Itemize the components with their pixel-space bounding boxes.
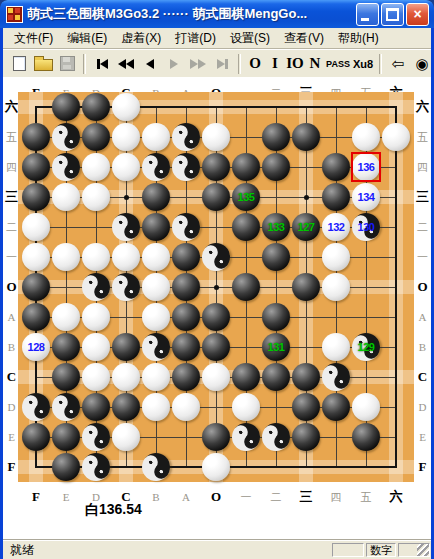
- toolbar-separator: [83, 54, 86, 74]
- menu-item-settings[interactable]: 设置(S): [223, 28, 277, 49]
- black-stone-EF: [52, 453, 80, 481]
- white-stone-DA: [82, 303, 110, 331]
- move-number-132: 132: [322, 213, 350, 241]
- black-stone-D五: [82, 123, 110, 151]
- nav-first-button[interactable]: [90, 53, 114, 75]
- white-stone-BC: [142, 363, 170, 391]
- coord-label: C: [7, 362, 16, 392]
- status-panel-empty: [332, 543, 364, 557]
- first-icon: [100, 59, 108, 69]
- white-stone-四B: [322, 333, 350, 361]
- coord-label: 六: [5, 92, 18, 122]
- black-stone-二四: [262, 153, 290, 181]
- black-stone-二A: [262, 303, 290, 331]
- window-body: 文件(F)编辑(E)虚着(X)打谱(D)设置(S)查看(V)帮助(H) OIIO…: [0, 28, 434, 559]
- board-client-area: FEDCBAO一二三四五六FEDCBAO一二三四五六六五四三二一OABCDEF六…: [3, 77, 431, 540]
- white-stone-五五: [352, 123, 380, 151]
- maximize-button[interactable]: [381, 3, 404, 26]
- last-icon: [225, 59, 228, 69]
- app-icon: [6, 6, 23, 23]
- white-stone-BO: [142, 273, 170, 301]
- coordinate-labels-right: 六五四三二一OABCDEF: [416, 92, 429, 482]
- coord-label: 二: [271, 482, 282, 512]
- last-icon: [217, 59, 225, 69]
- coord-label: F: [32, 482, 40, 512]
- coord-label: B: [8, 332, 15, 362]
- nav-fast-backward-button[interactable]: [114, 53, 138, 75]
- black-stone-四四: [322, 153, 350, 181]
- status-bar: 就绪 数字: [3, 540, 431, 559]
- star-point: [214, 285, 219, 290]
- black-stone-E六: [52, 93, 80, 121]
- fast-backward-icon: [118, 59, 126, 69]
- goban: FEDCBAO一二三四五六FEDCBAO一二三四五六六五四三二一OABCDEF六…: [5, 78, 429, 496]
- black-stone-AB: [172, 333, 200, 361]
- toolbar-separator: [238, 54, 241, 74]
- coord-label: E: [419, 422, 426, 452]
- status-panel-mode: 数字: [366, 543, 396, 557]
- move-number-130: 130: [352, 213, 380, 241]
- move-number-127: 127: [292, 213, 320, 241]
- coord-label: 二: [6, 212, 17, 242]
- white-stone-O五: [202, 123, 230, 151]
- xu8-button[interactable]: Xu8: [351, 53, 375, 75]
- coord-label: 五: [6, 122, 17, 152]
- white-stone-D三: [82, 183, 110, 211]
- save-icon: [60, 56, 75, 71]
- coord-label: 六: [390, 482, 403, 512]
- coord-label: B: [419, 332, 426, 362]
- coord-label: F: [8, 452, 16, 482]
- move-number-128: 128: [22, 333, 50, 361]
- black-stone-一四: [232, 153, 260, 181]
- coord-label: D: [8, 392, 16, 422]
- record-dot-button[interactable]: ◉: [410, 53, 431, 75]
- open-icon: [34, 59, 53, 71]
- nav-last-button: [210, 53, 234, 75]
- white-stone-六五: [382, 123, 410, 151]
- toolbar: OIIONPASSXu8⇦◉○: [3, 48, 431, 77]
- left-arrow-button[interactable]: ⇦: [386, 53, 410, 75]
- move-number-129: 129: [352, 333, 380, 361]
- coord-label: C: [418, 362, 427, 392]
- black-stone-一C: [232, 363, 260, 391]
- menu-item-view[interactable]: 查看(V): [277, 28, 331, 49]
- coord-label: A: [8, 302, 16, 332]
- white-stone-四一: [322, 243, 350, 271]
- coord-label: 四: [331, 482, 342, 512]
- white-stone-BD: [142, 393, 170, 421]
- pass-button[interactable]: PASS: [325, 53, 351, 75]
- board-surface[interactable]: 136134135133127132130128131129: [18, 92, 414, 482]
- black-stone-一二: [232, 213, 260, 241]
- coord-label: 四: [6, 152, 17, 182]
- black-stone-三O: [292, 273, 320, 301]
- black-stone-FE: [22, 423, 50, 451]
- coord-label: 二: [417, 212, 428, 242]
- menu-item-kifu[interactable]: 打谱(D): [168, 28, 223, 49]
- coord-label: O: [417, 272, 427, 302]
- coordinate-labels-left: 六五四三二一OABCDEF: [5, 92, 18, 482]
- io-button[interactable]: IO: [285, 53, 305, 75]
- coord-label: A: [419, 302, 427, 332]
- white-stone-E三: [52, 183, 80, 211]
- black-stone-A一: [172, 243, 200, 271]
- menu-item-edit[interactable]: 编辑(E): [60, 28, 114, 49]
- black-stone-三D: [292, 393, 320, 421]
- coord-label: A: [182, 482, 190, 512]
- n-button[interactable]: N: [305, 53, 325, 75]
- i-button[interactable]: I: [265, 53, 285, 75]
- coord-label: D: [419, 392, 427, 422]
- o-button[interactable]: O: [245, 53, 265, 75]
- coord-label: E: [8, 422, 15, 452]
- white-stone-OC: [202, 363, 230, 391]
- black-stone-CD: [112, 393, 140, 421]
- black-stone-AC: [172, 363, 200, 391]
- move-number-135: 135: [232, 183, 260, 211]
- black-stone-四D: [322, 393, 350, 421]
- black-stone-EE: [52, 423, 80, 451]
- coordinate-labels-top: FEDCBAO一二三四五六: [18, 78, 417, 92]
- star-point: [304, 195, 309, 200]
- move-number-131: 131: [262, 333, 290, 361]
- coord-label: E: [63, 482, 70, 512]
- forward-icon: [170, 59, 178, 69]
- coord-label: 四: [417, 152, 428, 182]
- black-stone-一O: [232, 273, 260, 301]
- coord-label: B: [152, 482, 159, 512]
- coord-label: 五: [417, 122, 428, 152]
- coord-label: 五: [361, 482, 372, 512]
- title-bar[interactable]: 萌式三色围棋M3Go3.2 ······ 萌式围棋MengGo... ×: [0, 0, 434, 28]
- black-stone-FO: [22, 273, 50, 301]
- black-stone-D六: [82, 93, 110, 121]
- move-info-text: 白136.54: [85, 501, 142, 519]
- status-panel-resize[interactable]: [398, 543, 430, 557]
- white-stone-F一: [22, 243, 50, 271]
- black-stone-三五: [292, 123, 320, 151]
- fast-forward-icon: [198, 59, 206, 69]
- white-stone-B五: [142, 123, 170, 151]
- black-stone-F五: [22, 123, 50, 151]
- black-stone-O四: [202, 153, 230, 181]
- maximize-icon: [386, 8, 399, 21]
- black-stone-OA: [202, 303, 230, 331]
- coord-label: O: [211, 482, 221, 512]
- black-stone-二C: [262, 363, 290, 391]
- coord-label: 一: [241, 482, 252, 512]
- black-stone-F三: [22, 183, 50, 211]
- resize-grip-icon: [417, 544, 429, 556]
- black-stone-AO: [172, 273, 200, 301]
- black-stone-二五: [262, 123, 290, 151]
- white-stone-F二: [22, 213, 50, 241]
- save-button: [55, 53, 79, 75]
- move-number-134: 134: [352, 183, 380, 211]
- white-stone-D一: [82, 243, 110, 271]
- star-point: [124, 195, 129, 200]
- menu-item-file[interactable]: 文件(F): [7, 28, 60, 49]
- menu-bar: 文件(F)编辑(E)虚着(X)打谱(D)设置(S)查看(V)帮助(H): [3, 28, 431, 48]
- menu-item-pass[interactable]: 虚着(X): [114, 28, 168, 49]
- window-title: 萌式三色围棋M3Go3.2 ······ 萌式围棋MengGo...: [27, 5, 354, 23]
- white-stone-DB: [82, 333, 110, 361]
- coord-label: 一: [417, 242, 428, 272]
- black-stone-B二: [142, 213, 170, 241]
- coord-label: F: [419, 452, 427, 482]
- black-stone-五E: [352, 423, 380, 451]
- black-stone-二一: [262, 243, 290, 271]
- white-stone-B一: [142, 243, 170, 271]
- black-stone-三C: [292, 363, 320, 391]
- white-stone-AD: [172, 393, 200, 421]
- black-stone-四三: [322, 183, 350, 211]
- white-stone-CC: [112, 363, 140, 391]
- minimize-icon: [361, 18, 369, 21]
- fast-backward-icon: [126, 59, 134, 69]
- coord-label: 六: [416, 92, 429, 122]
- white-stone-CE: [112, 423, 140, 451]
- app-window: 萌式三色围棋M3Go3.2 ······ 萌式围棋MengGo... × 文件(…: [0, 0, 434, 559]
- black-stone-DD: [82, 393, 110, 421]
- coord-label: O: [6, 272, 16, 302]
- nav-backward-button[interactable]: [138, 53, 162, 75]
- white-stone-一D: [232, 393, 260, 421]
- status-text: 就绪: [3, 542, 34, 559]
- backward-icon: [146, 59, 154, 69]
- white-stone-E一: [52, 243, 80, 271]
- black-stone-O三: [202, 183, 230, 211]
- status-panels: 数字: [330, 543, 430, 557]
- last-move-marker: [351, 152, 381, 182]
- close-button[interactable]: ×: [406, 3, 429, 26]
- black-stone-B三: [142, 183, 170, 211]
- black-stone-CB: [112, 333, 140, 361]
- minimize-button[interactable]: [356, 3, 379, 26]
- coordinate-labels-bottom: FEDCBAO一二三四五六: [18, 482, 417, 496]
- new-icon: [13, 56, 26, 71]
- black-stone-FA: [22, 303, 50, 331]
- open-button[interactable]: [31, 53, 55, 75]
- white-stone-五D: [352, 393, 380, 421]
- black-stone-F四: [22, 153, 50, 181]
- coord-label: 三: [300, 482, 313, 512]
- coord-label: 一: [6, 242, 17, 272]
- white-stone-四O: [322, 273, 350, 301]
- nav-forward-button: [162, 53, 186, 75]
- white-stone-C五: [112, 123, 140, 151]
- white-stone-BA: [142, 303, 170, 331]
- black-stone-EC: [52, 363, 80, 391]
- coord-label: 三: [5, 182, 18, 212]
- coord-label: 三: [416, 182, 429, 212]
- white-stone-C六: [112, 93, 140, 121]
- black-stone-三E: [292, 423, 320, 451]
- close-icon: ×: [413, 7, 421, 21]
- menu-item-help[interactable]: 帮助(H): [331, 28, 386, 49]
- move-number-133: 133: [262, 213, 290, 241]
- white-stone-C四: [112, 153, 140, 181]
- white-stone-EA: [52, 303, 80, 331]
- white-stone-C一: [112, 243, 140, 271]
- black-stone-EB: [52, 333, 80, 361]
- black-stone-OE: [202, 423, 230, 451]
- nav-fast-forward-button: [186, 53, 210, 75]
- black-stone-OB: [202, 333, 230, 361]
- toolbar-separator: [379, 54, 382, 74]
- fast-forward-icon: [190, 59, 198, 69]
- white-stone-DC: [82, 363, 110, 391]
- new-button[interactable]: [7, 53, 31, 75]
- black-stone-AA: [172, 303, 200, 331]
- white-stone-D四: [82, 153, 110, 181]
- white-stone-OF: [202, 453, 230, 481]
